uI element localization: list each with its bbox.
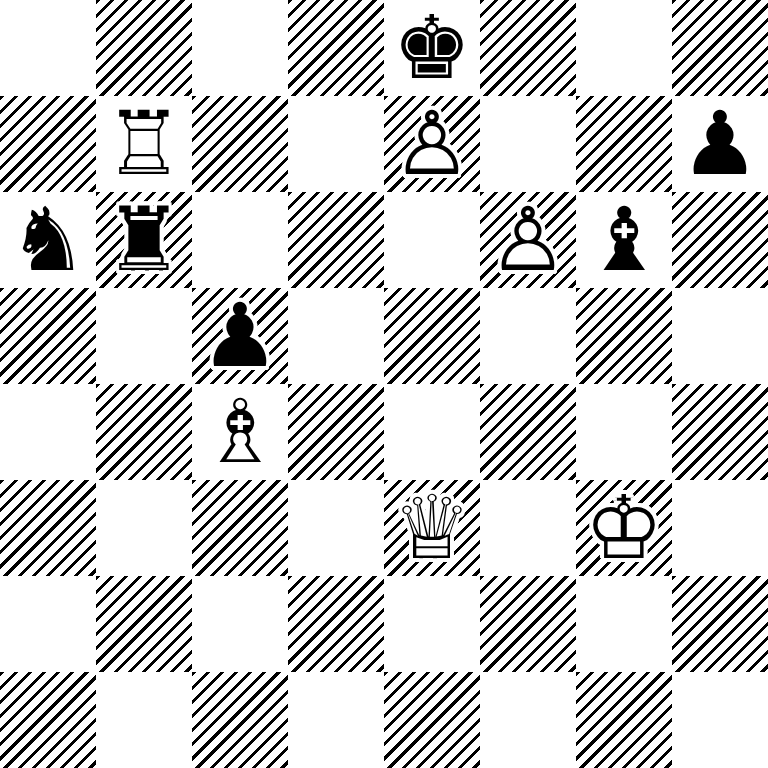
square-h5[interactable] bbox=[672, 288, 768, 384]
square-h4[interactable] bbox=[672, 384, 768, 480]
square-c7[interactable] bbox=[192, 96, 288, 192]
square-e6[interactable] bbox=[384, 192, 480, 288]
piece-black-bishop[interactable]: ♝ bbox=[576, 192, 672, 288]
piece-white-queen[interactable]: ♛♕ bbox=[384, 480, 480, 576]
square-g6[interactable]: ♝ bbox=[576, 192, 672, 288]
piece-outline-layer: ♙ bbox=[480, 192, 576, 288]
square-d3[interactable] bbox=[288, 480, 384, 576]
square-a1[interactable] bbox=[0, 672, 96, 768]
piece-outline-layer: ♖ bbox=[96, 96, 192, 192]
square-g7[interactable] bbox=[576, 96, 672, 192]
square-g3[interactable]: ♚♔ bbox=[576, 480, 672, 576]
square-f4[interactable] bbox=[480, 384, 576, 480]
square-e3[interactable]: ♛♕ bbox=[384, 480, 480, 576]
square-d6[interactable] bbox=[288, 192, 384, 288]
square-g8[interactable] bbox=[576, 0, 672, 96]
square-b6[interactable]: ♜ bbox=[96, 192, 192, 288]
square-c8[interactable] bbox=[192, 0, 288, 96]
square-h2[interactable] bbox=[672, 576, 768, 672]
square-c6[interactable] bbox=[192, 192, 288, 288]
square-h1[interactable] bbox=[672, 672, 768, 768]
square-c4[interactable]: ♝♗ bbox=[192, 384, 288, 480]
square-h8[interactable] bbox=[672, 0, 768, 96]
square-a5[interactable] bbox=[0, 288, 96, 384]
square-g4[interactable] bbox=[576, 384, 672, 480]
square-c5[interactable]: ♟ bbox=[192, 288, 288, 384]
square-a3[interactable] bbox=[0, 480, 96, 576]
square-a7[interactable] bbox=[0, 96, 96, 192]
square-e7[interactable]: ♟♙ bbox=[384, 96, 480, 192]
square-f3[interactable] bbox=[480, 480, 576, 576]
piece-outline-layer: ♙ bbox=[384, 96, 480, 192]
square-c2[interactable] bbox=[192, 576, 288, 672]
piece-white-bishop[interactable]: ♝♗ bbox=[192, 384, 288, 480]
piece-glyph: ♝ bbox=[576, 192, 672, 288]
square-f8[interactable] bbox=[480, 0, 576, 96]
square-e2[interactable] bbox=[384, 576, 480, 672]
square-b4[interactable] bbox=[96, 384, 192, 480]
square-c3[interactable] bbox=[192, 480, 288, 576]
square-e8[interactable]: ♚ bbox=[384, 0, 480, 96]
piece-black-rook[interactable]: ♜ bbox=[96, 192, 192, 288]
square-f7[interactable] bbox=[480, 96, 576, 192]
square-d5[interactable] bbox=[288, 288, 384, 384]
square-d1[interactable] bbox=[288, 672, 384, 768]
piece-black-king[interactable]: ♚ bbox=[384, 0, 480, 96]
square-b1[interactable] bbox=[96, 672, 192, 768]
square-d4[interactable] bbox=[288, 384, 384, 480]
square-h7[interactable]: ♟ bbox=[672, 96, 768, 192]
chess-board: ♚♜♖♟♙♟♞♜♟♙♝♟♝♗♛♕♚♔ bbox=[0, 0, 768, 768]
piece-white-pawn[interactable]: ♟♙ bbox=[384, 96, 480, 192]
piece-glyph: ♟ bbox=[672, 96, 768, 192]
piece-outline-layer: ♗ bbox=[192, 384, 288, 480]
square-g5[interactable] bbox=[576, 288, 672, 384]
piece-white-pawn[interactable]: ♟♙ bbox=[480, 192, 576, 288]
square-f6[interactable]: ♟♙ bbox=[480, 192, 576, 288]
square-h6[interactable] bbox=[672, 192, 768, 288]
square-b8[interactable] bbox=[96, 0, 192, 96]
piece-white-rook[interactable]: ♜♖ bbox=[96, 96, 192, 192]
square-h3[interactable] bbox=[672, 480, 768, 576]
piece-glyph: ♚ bbox=[384, 0, 480, 96]
square-a6[interactable]: ♞ bbox=[0, 192, 96, 288]
square-a2[interactable] bbox=[0, 576, 96, 672]
piece-glyph: ♞ bbox=[0, 192, 96, 288]
piece-white-king[interactable]: ♚♔ bbox=[576, 480, 672, 576]
square-a8[interactable] bbox=[0, 0, 96, 96]
piece-outline-layer: ♔ bbox=[576, 480, 672, 576]
square-b2[interactable] bbox=[96, 576, 192, 672]
piece-black-knight[interactable]: ♞ bbox=[0, 192, 96, 288]
piece-glyph: ♜ bbox=[96, 192, 192, 288]
square-b7[interactable]: ♜♖ bbox=[96, 96, 192, 192]
square-f1[interactable] bbox=[480, 672, 576, 768]
square-a4[interactable] bbox=[0, 384, 96, 480]
square-g1[interactable] bbox=[576, 672, 672, 768]
square-e1[interactable] bbox=[384, 672, 480, 768]
square-c1[interactable] bbox=[192, 672, 288, 768]
square-b3[interactable] bbox=[96, 480, 192, 576]
square-e5[interactable] bbox=[384, 288, 480, 384]
square-g2[interactable] bbox=[576, 576, 672, 672]
square-d7[interactable] bbox=[288, 96, 384, 192]
square-b5[interactable] bbox=[96, 288, 192, 384]
square-d2[interactable] bbox=[288, 576, 384, 672]
piece-glyph: ♟ bbox=[192, 288, 288, 384]
square-e4[interactable] bbox=[384, 384, 480, 480]
square-f5[interactable] bbox=[480, 288, 576, 384]
piece-black-pawn[interactable]: ♟ bbox=[192, 288, 288, 384]
square-d8[interactable] bbox=[288, 0, 384, 96]
square-f2[interactable] bbox=[480, 576, 576, 672]
piece-outline-layer: ♕ bbox=[384, 480, 480, 576]
piece-black-pawn[interactable]: ♟ bbox=[672, 96, 768, 192]
